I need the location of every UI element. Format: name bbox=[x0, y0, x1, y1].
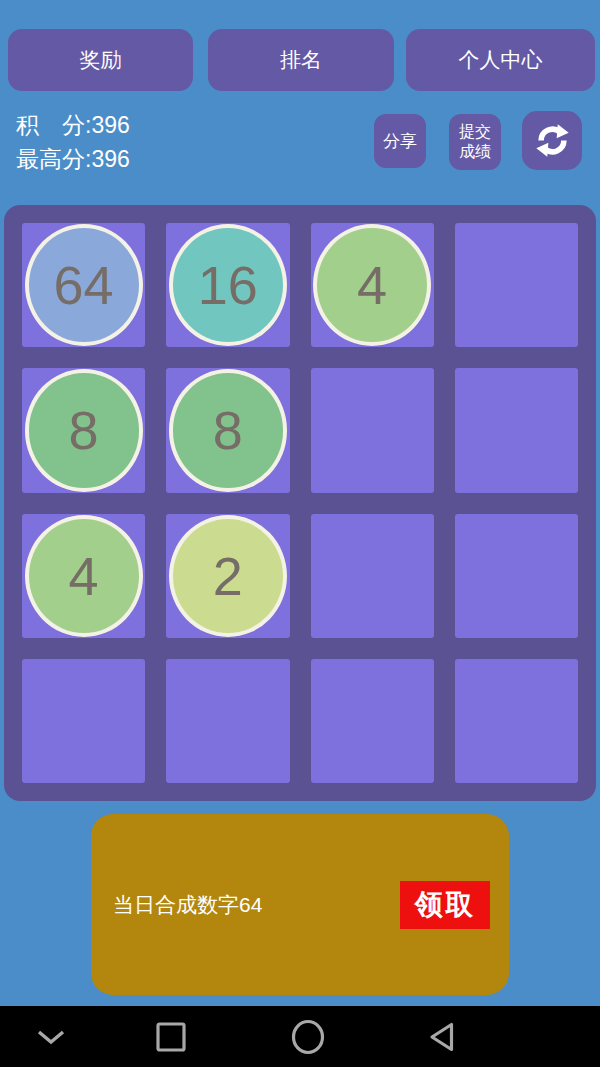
tile-64: 64 bbox=[25, 224, 143, 346]
game-board[interactable]: 641648842 bbox=[4, 205, 596, 801]
recents-square-icon bbox=[156, 1022, 186, 1052]
android-navbar bbox=[0, 1006, 600, 1067]
board-cell-empty bbox=[22, 659, 145, 783]
board-cell: 64 bbox=[22, 223, 145, 347]
daily-reward-banner: 当日合成数字64 领取 bbox=[91, 814, 509, 995]
tile-2: 2 bbox=[169, 515, 287, 637]
board-cell: 16 bbox=[166, 223, 289, 347]
board-cell-empty bbox=[455, 659, 578, 783]
rewards-button[interactable]: 奖励 bbox=[8, 29, 193, 91]
back-triangle-icon bbox=[428, 1020, 455, 1053]
profile-center-button[interactable]: 个人中心 bbox=[406, 29, 595, 91]
board-cell-empty bbox=[455, 368, 578, 492]
score-panel: 积 分:396 最高分:396 bbox=[16, 108, 130, 176]
score-text: 积 分:396 bbox=[16, 108, 130, 142]
board-cell: 8 bbox=[166, 368, 289, 492]
board-cell: 4 bbox=[311, 223, 434, 347]
tile-16: 16 bbox=[169, 224, 287, 346]
app-screen: 奖励 排名 个人中心 积 分:396 最高分:396 分享 提交 成绩 6416… bbox=[0, 0, 600, 1067]
board-cell-empty bbox=[311, 514, 434, 638]
tile-8: 8 bbox=[169, 369, 287, 491]
board-cell-empty bbox=[311, 368, 434, 492]
home-button[interactable] bbox=[291, 1019, 325, 1055]
submit-button-label-line2: 成绩 bbox=[459, 142, 491, 162]
submit-score-button[interactable]: 提交 成绩 bbox=[449, 114, 501, 170]
chevron-down-icon bbox=[36, 1028, 66, 1045]
tile-4: 4 bbox=[25, 515, 143, 637]
tile-4: 4 bbox=[313, 224, 431, 346]
restart-button[interactable] bbox=[522, 111, 582, 170]
board-cell-empty bbox=[166, 659, 289, 783]
daily-reward-text: 当日合成数字64 bbox=[113, 891, 262, 919]
recents-button[interactable] bbox=[156, 1022, 186, 1052]
refresh-sync-icon bbox=[534, 122, 571, 159]
board-cell: 2 bbox=[166, 514, 289, 638]
board-cell-empty bbox=[311, 659, 434, 783]
share-button[interactable]: 分享 bbox=[374, 114, 426, 168]
home-circle-icon bbox=[291, 1019, 325, 1055]
hide-navbar-button[interactable] bbox=[36, 1028, 66, 1045]
submit-button-label-line1: 提交 bbox=[459, 122, 491, 142]
back-button[interactable] bbox=[428, 1020, 455, 1053]
tile-8: 8 bbox=[25, 369, 143, 491]
board-cell-empty bbox=[455, 514, 578, 638]
board-cell: 4 bbox=[22, 514, 145, 638]
board-cell: 8 bbox=[22, 368, 145, 492]
claim-button[interactable]: 领取 bbox=[400, 881, 490, 929]
share-button-label: 分享 bbox=[383, 130, 417, 153]
board-cell-empty bbox=[455, 223, 578, 347]
best-score-text: 最高分:396 bbox=[16, 142, 130, 176]
ranking-button[interactable]: 排名 bbox=[208, 29, 394, 91]
